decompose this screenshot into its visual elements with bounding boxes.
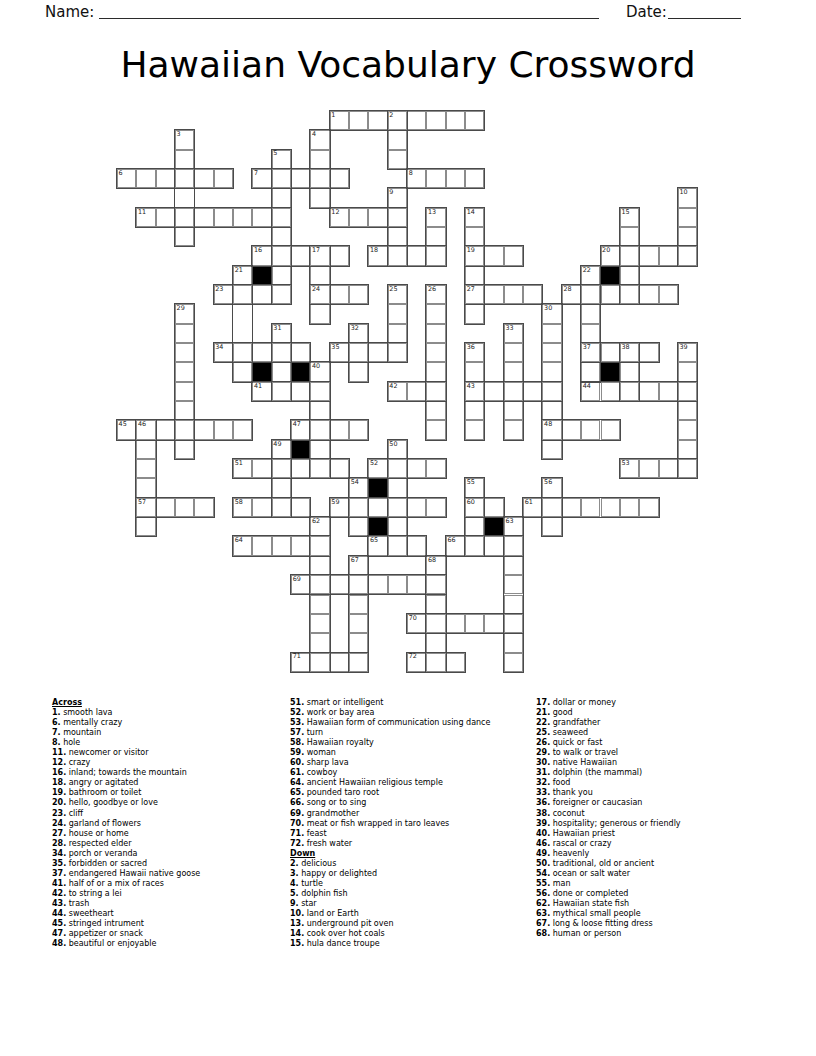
grid-cell[interactable] — [678, 362, 697, 381]
grid-cell[interactable] — [156, 169, 175, 188]
grid-cell[interactable] — [465, 517, 484, 536]
grid-cell[interactable] — [388, 459, 407, 478]
grid-cell[interactable] — [426, 208, 445, 227]
grid-cell[interactable] — [175, 440, 194, 459]
grid-cell[interactable] — [368, 208, 387, 227]
grid-cell[interactable] — [678, 459, 697, 478]
grid-cell[interactable] — [581, 266, 600, 285]
grid-cell[interactable] — [601, 343, 620, 362]
grid-cell[interactable] — [562, 498, 581, 517]
grid-cell[interactable] — [310, 150, 329, 169]
grid-cell[interactable] — [291, 169, 310, 188]
grid-cell[interactable] — [446, 536, 465, 555]
grid-cell[interactable] — [601, 246, 620, 265]
grid-cell[interactable] — [388, 343, 407, 362]
grid-cell[interactable] — [233, 285, 252, 304]
grid-cell[interactable] — [465, 382, 484, 401]
grid-cell[interactable] — [272, 246, 291, 265]
grid-cell[interactable] — [272, 362, 291, 381]
grid-cell[interactable] — [214, 208, 233, 227]
grid-cell[interactable] — [252, 459, 271, 478]
grid-cell[interactable] — [349, 324, 368, 343]
grid-cell[interactable] — [291, 459, 310, 478]
grid-cell[interactable] — [175, 420, 194, 439]
grid-cell[interactable] — [175, 382, 194, 401]
grid-cell[interactable] — [601, 285, 620, 304]
grid-cell[interactable] — [542, 382, 561, 401]
grid-cell[interactable] — [330, 575, 349, 594]
grid-cell[interactable] — [175, 227, 194, 246]
grid-cell[interactable] — [620, 285, 639, 304]
grid-cell[interactable] — [504, 653, 523, 672]
grid-cell[interactable] — [426, 382, 445, 401]
grid-cell[interactable] — [175, 498, 194, 517]
grid-cell[interactable] — [465, 266, 484, 285]
grid-cell[interactable] — [175, 343, 194, 362]
grid-cell[interactable] — [659, 246, 678, 265]
grid-cell[interactable] — [465, 401, 484, 420]
grid-cell[interactable] — [291, 382, 310, 401]
grid-cell[interactable] — [426, 285, 445, 304]
grid-cell[interactable] — [407, 111, 426, 130]
grid-cell[interactable] — [465, 208, 484, 227]
grid-cell[interactable] — [504, 324, 523, 343]
grid-cell[interactable] — [136, 169, 155, 188]
grid-cell[interactable] — [194, 169, 213, 188]
clue-number: 34. — [52, 849, 66, 858]
grid-cell[interactable] — [252, 343, 271, 362]
grid-cell[interactable] — [252, 169, 271, 188]
grid-cell[interactable] — [272, 343, 291, 362]
grid-cell[interactable] — [291, 246, 310, 265]
grid-cell[interactable] — [349, 575, 368, 594]
grid-cell[interactable] — [504, 595, 523, 614]
grid-cell[interactable] — [368, 246, 387, 265]
grid-cell[interactable] — [562, 420, 581, 439]
grid-cell[interactable] — [349, 633, 368, 652]
grid-cell[interactable] — [136, 420, 155, 439]
grid-cell[interactable] — [465, 343, 484, 362]
grid-cell[interactable] — [620, 343, 639, 362]
grid-cell[interactable] — [156, 208, 175, 227]
grid-cell[interactable] — [581, 382, 600, 401]
grid-cell[interactable] — [272, 478, 291, 497]
grid-cell[interactable] — [407, 459, 426, 478]
grid-cell[interactable] — [620, 266, 639, 285]
grid-cell[interactable] — [310, 440, 329, 459]
grid-cell[interactable] — [349, 614, 368, 633]
grid-cell[interactable] — [620, 382, 639, 401]
grid-cell[interactable] — [175, 130, 194, 149]
grid-cell[interactable] — [484, 614, 503, 633]
grid-cell[interactable] — [407, 614, 426, 633]
grid-cell[interactable] — [330, 343, 349, 362]
grid-cell[interactable] — [678, 227, 697, 246]
grid-cell[interactable] — [156, 420, 175, 439]
grid-cell[interactable] — [426, 614, 445, 633]
grid-cell[interactable] — [175, 304, 194, 323]
grid-cell[interactable] — [310, 246, 329, 265]
grid-cell[interactable] — [310, 459, 329, 478]
grid-cell[interactable] — [214, 169, 233, 188]
grid-cell[interactable] — [388, 440, 407, 459]
grid-cell[interactable] — [601, 498, 620, 517]
grid-cell[interactable] — [117, 420, 136, 439]
grid-cell[interactable] — [368, 343, 387, 362]
grid-cell[interactable] — [310, 401, 329, 420]
grid-cell[interactable] — [542, 324, 561, 343]
grid-cell[interactable] — [233, 343, 252, 362]
grid-cell[interactable] — [678, 382, 697, 401]
grid-cell[interactable] — [272, 324, 291, 343]
grid-cell[interactable] — [620, 459, 639, 478]
grid-cell[interactable] — [659, 382, 678, 401]
grid-cell[interactable] — [252, 285, 271, 304]
grid-cell[interactable] — [175, 401, 194, 420]
grid-cell[interactable] — [388, 130, 407, 149]
grid-cell[interactable] — [291, 575, 310, 594]
grid-cell[interactable] — [639, 246, 658, 265]
grid-cell[interactable] — [465, 478, 484, 497]
grid-cell[interactable] — [407, 169, 426, 188]
date-fill-line[interactable] — [668, 18, 741, 19]
grid-cell[interactable] — [368, 459, 387, 478]
grid-cell[interactable] — [388, 227, 407, 246]
grid-cell[interactable] — [581, 285, 600, 304]
grid-cell[interactable] — [349, 517, 368, 536]
grid-cell[interactable] — [349, 653, 368, 672]
grid-cell[interactable] — [426, 556, 445, 575]
grid-cell[interactable] — [504, 285, 523, 304]
grid-cell[interactable] — [310, 130, 329, 149]
grid-cell[interactable] — [388, 188, 407, 207]
grid-cell[interactable] — [620, 498, 639, 517]
grid-cell[interactable] — [233, 266, 252, 285]
grid-cell[interactable] — [291, 420, 310, 439]
grid-cell[interactable] — [678, 420, 697, 439]
grid-cell[interactable] — [678, 401, 697, 420]
grid-cell[interactable] — [465, 536, 484, 555]
grid-cell[interactable] — [678, 246, 697, 265]
grid-cell[interactable] — [330, 208, 349, 227]
grid-cell[interactable] — [310, 595, 329, 614]
grid-cell[interactable] — [407, 653, 426, 672]
grid-cell[interactable] — [581, 343, 600, 362]
grid-cell[interactable] — [272, 169, 291, 188]
grid-cell[interactable] — [349, 498, 368, 517]
grid-cell[interactable] — [349, 478, 368, 497]
grid-cell[interactable] — [523, 498, 542, 517]
grid-cell[interactable] — [620, 246, 639, 265]
grid-cell[interactable] — [310, 420, 329, 439]
grid-cell[interactable] — [465, 614, 484, 633]
grid-cell[interactable] — [388, 285, 407, 304]
grid-cell[interactable] — [465, 498, 484, 517]
grid-cell[interactable] — [330, 285, 349, 304]
grid-cell[interactable] — [388, 498, 407, 517]
grid-cell[interactable] — [136, 440, 155, 459]
grid-cell[interactable] — [504, 536, 523, 555]
grid-cell[interactable] — [368, 498, 387, 517]
grid-cell[interactable] — [426, 324, 445, 343]
grid-cell[interactable] — [272, 285, 291, 304]
grid-cell[interactable] — [272, 188, 291, 207]
grid-cell[interactable] — [368, 536, 387, 555]
grid-cell[interactable] — [542, 498, 561, 517]
grid-cell[interactable] — [368, 111, 387, 130]
grid-cell[interactable] — [272, 440, 291, 459]
grid-cell[interactable] — [484, 498, 503, 517]
grid-cell[interactable] — [562, 285, 581, 304]
grid-cell[interactable] — [465, 111, 484, 130]
grid-cell[interactable] — [426, 595, 445, 614]
grid-cell[interactable] — [388, 478, 407, 497]
grid-cell[interactable] — [175, 324, 194, 343]
grid-cell[interactable] — [310, 285, 329, 304]
grid-cell[interactable] — [620, 227, 639, 246]
grid-cell[interactable] — [272, 266, 291, 285]
grid-cell[interactable] — [233, 459, 252, 478]
grid-cell[interactable] — [136, 478, 155, 497]
grid-cell[interactable] — [330, 111, 349, 130]
grid-cell[interactable] — [388, 536, 407, 555]
grid-cell[interactable] — [542, 304, 561, 323]
grid-cell[interactable] — [252, 208, 271, 227]
grid-cell[interactable] — [349, 595, 368, 614]
grid-cell[interactable] — [407, 498, 426, 517]
grid-cell[interactable] — [175, 169, 194, 188]
grid-cell[interactable] — [542, 401, 561, 420]
grid-cell[interactable] — [175, 150, 194, 169]
grid-cell[interactable] — [601, 420, 620, 439]
grid-cell[interactable] — [620, 362, 639, 381]
grid-cell[interactable] — [272, 459, 291, 478]
grid-cell[interactable] — [407, 246, 426, 265]
grid-cell[interactable] — [310, 556, 329, 575]
grid-cell[interactable] — [117, 169, 136, 188]
grid-cell[interactable] — [504, 246, 523, 265]
grid-cell[interactable] — [446, 169, 465, 188]
grid-cell[interactable] — [581, 324, 600, 343]
grid-cell[interactable] — [349, 111, 368, 130]
grid-cell[interactable] — [465, 362, 484, 381]
grid-cell[interactable] — [291, 498, 310, 517]
grid-cell[interactable] — [659, 459, 678, 478]
grid-cell[interactable] — [310, 614, 329, 633]
grid-cell[interactable] — [542, 440, 561, 459]
grid-cell[interactable] — [426, 575, 445, 594]
grid-cell[interactable] — [581, 304, 600, 323]
grid-cell[interactable] — [310, 575, 329, 594]
grid-cell[interactable] — [639, 343, 658, 362]
grid-cell[interactable] — [310, 653, 329, 672]
grid-cell[interactable] — [504, 517, 523, 536]
grid-cell[interactable] — [504, 614, 523, 633]
grid-cell[interactable] — [388, 246, 407, 265]
grid-cell[interactable] — [542, 343, 561, 362]
grid-cell[interactable] — [291, 653, 310, 672]
grid-cell[interactable] — [310, 517, 329, 536]
grid-cell[interactable] — [252, 498, 271, 517]
grid-cell[interactable] — [542, 362, 561, 381]
grid-cell[interactable] — [136, 208, 155, 227]
grid-cell[interactable] — [446, 653, 465, 672]
grid-cell[interactable] — [349, 208, 368, 227]
grid-cell[interactable] — [272, 382, 291, 401]
grid-cell[interactable] — [446, 614, 465, 633]
name-fill-line[interactable] — [99, 18, 599, 19]
grid-cell[interactable] — [175, 208, 194, 227]
grid-cell[interactable] — [504, 362, 523, 381]
grid-cell[interactable] — [426, 343, 445, 362]
grid-cell[interactable] — [407, 536, 426, 555]
grid-cell[interactable] — [349, 285, 368, 304]
grid-cell[interactable] — [349, 420, 368, 439]
grid-cell[interactable] — [272, 150, 291, 169]
grid-cell[interactable] — [601, 382, 620, 401]
grid-cell[interactable] — [426, 246, 445, 265]
grid-cell[interactable] — [310, 362, 329, 381]
grid-cell[interactable] — [426, 227, 445, 246]
grid-cell[interactable] — [542, 478, 561, 497]
grid-cell[interactable] — [504, 343, 523, 362]
grid-cell[interactable] — [330, 459, 349, 478]
grid-cell[interactable] — [310, 633, 329, 652]
grid-cell[interactable] — [388, 575, 407, 594]
grid-cell[interactable] — [330, 498, 349, 517]
grid-cell[interactable] — [136, 498, 155, 517]
grid-cell[interactable] — [484, 382, 503, 401]
grid-cell[interactable] — [388, 324, 407, 343]
grid-cell[interactable] — [523, 382, 542, 401]
grid-cell[interactable] — [194, 420, 213, 439]
grid-cell[interactable] — [581, 420, 600, 439]
grid-cell[interactable] — [678, 343, 697, 362]
grid-cell[interactable] — [349, 343, 368, 362]
grid-cell[interactable] — [639, 459, 658, 478]
grid-cell[interactable] — [252, 246, 271, 265]
grid-cell[interactable] — [310, 169, 329, 188]
grid-cell[interactable] — [678, 188, 697, 207]
grid-cell[interactable] — [233, 498, 252, 517]
grid-cell[interactable] — [426, 653, 445, 672]
grid-cell[interactable] — [678, 208, 697, 227]
grid-cell[interactable] — [639, 382, 658, 401]
grid-cell[interactable] — [233, 208, 252, 227]
grid-cell[interactable] — [426, 633, 445, 652]
grid-cell[interactable] — [484, 285, 503, 304]
grid-cell[interactable] — [272, 227, 291, 246]
grid-cell[interactable] — [407, 382, 426, 401]
grid-cell[interactable] — [426, 169, 445, 188]
grid-cell[interactable] — [639, 285, 658, 304]
grid-cell[interactable] — [194, 498, 213, 517]
grid-cell[interactable] — [272, 208, 291, 227]
grid-cell[interactable] — [465, 304, 484, 323]
grid-cell[interactable] — [426, 401, 445, 420]
grid-cell[interactable] — [136, 517, 155, 536]
grid-cell[interactable] — [542, 517, 561, 536]
grid-cell[interactable] — [233, 420, 252, 439]
grid-cell[interactable] — [349, 362, 368, 381]
grid-cell[interactable] — [330, 653, 349, 672]
grid-cell[interactable] — [581, 498, 600, 517]
grid-cell[interactable] — [426, 498, 445, 517]
grid-cell[interactable] — [523, 285, 542, 304]
grid-cell[interactable] — [310, 188, 329, 207]
grid-cell[interactable] — [252, 536, 271, 555]
grid-cell[interactable] — [504, 633, 523, 652]
grid-cell[interactable] — [310, 536, 329, 555]
grid-cell[interactable] — [388, 517, 407, 536]
grid-cell[interactable] — [233, 362, 252, 381]
grid-cell[interactable] — [330, 420, 349, 439]
grid-cell[interactable] — [272, 536, 291, 555]
grid-cell[interactable] — [639, 498, 658, 517]
grid-cell[interactable] — [581, 362, 600, 381]
grid-cell[interactable] — [407, 575, 426, 594]
grid-cell[interactable] — [330, 169, 349, 188]
grid-cell[interactable] — [136, 459, 155, 478]
grid-cell[interactable] — [465, 169, 484, 188]
grid-cell[interactable] — [465, 420, 484, 439]
grid-cell[interactable] — [388, 304, 407, 323]
grid-cell[interactable] — [659, 285, 678, 304]
grid-cell[interactable] — [446, 111, 465, 130]
grid-cell[interactable] — [426, 111, 445, 130]
grid-cell[interactable] — [388, 208, 407, 227]
grid-cell[interactable] — [484, 246, 503, 265]
grid-cell[interactable] — [426, 362, 445, 381]
grid-cell[interactable] — [465, 285, 484, 304]
grid-cell[interactable] — [465, 227, 484, 246]
grid-cell[interactable] — [388, 111, 407, 130]
grid-cell[interactable] — [426, 420, 445, 439]
grid-cell[interactable] — [156, 498, 175, 517]
grid-cell[interactable] — [310, 382, 329, 401]
grid-cell[interactable] — [542, 420, 561, 439]
grid-cell[interactable] — [504, 401, 523, 420]
grid-cell[interactable] — [310, 266, 329, 285]
grid-cell[interactable] — [484, 536, 503, 555]
grid-cell[interactable] — [291, 343, 310, 362]
grid-cell[interactable] — [388, 382, 407, 401]
grid-cell[interactable] — [426, 304, 445, 323]
grid-cell[interactable] — [349, 556, 368, 575]
grid-cell[interactable] — [233, 536, 252, 555]
grid-cell[interactable] — [272, 498, 291, 517]
grid-cell[interactable] — [504, 420, 523, 439]
grid-cell[interactable] — [291, 536, 310, 555]
grid-cell[interactable] — [504, 382, 523, 401]
grid-cell[interactable] — [368, 575, 387, 594]
grid-cell[interactable] — [252, 382, 271, 401]
grid-cell[interactable] — [310, 304, 329, 323]
grid-cell[interactable] — [620, 208, 639, 227]
grid-cell[interactable] — [214, 285, 233, 304]
grid-cell[interactable] — [388, 150, 407, 169]
grid-cell[interactable] — [330, 246, 349, 265]
grid-cell[interactable] — [504, 556, 523, 575]
grid-cell[interactable] — [194, 208, 213, 227]
grid-cell[interactable] — [214, 343, 233, 362]
grid-cell[interactable] — [678, 440, 697, 459]
grid-cell[interactable] — [465, 246, 484, 265]
grid-cell[interactable] — [175, 362, 194, 381]
grid-cell[interactable] — [214, 420, 233, 439]
grid-cell[interactable] — [504, 575, 523, 594]
grid-cell[interactable] — [426, 459, 445, 478]
